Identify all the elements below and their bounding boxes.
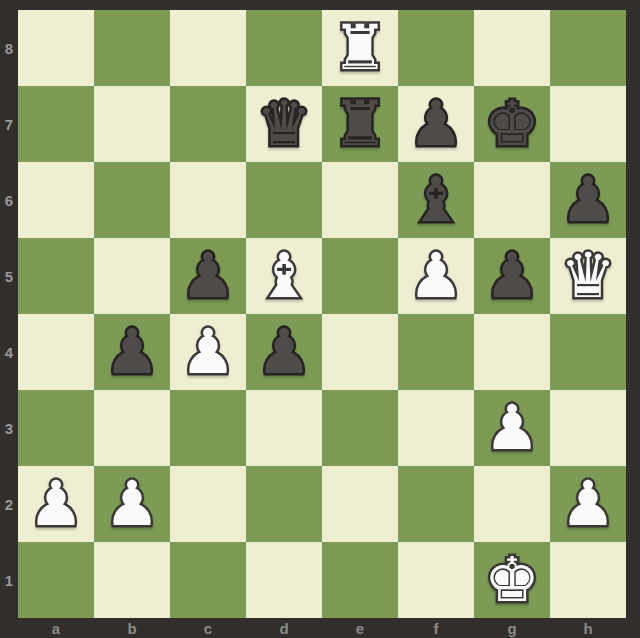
square-b8[interactable]: [94, 10, 170, 86]
square-c2[interactable]: [170, 466, 246, 542]
black-pawn-h6[interactable]: [550, 162, 626, 238]
square-g2[interactable]: [474, 466, 550, 542]
square-g3[interactable]: [474, 390, 550, 466]
white-pawn-c4[interactable]: [170, 314, 246, 390]
white-queen-h5[interactable]: [550, 238, 626, 314]
rank-label-5: 5: [0, 238, 18, 314]
board-frame: 87654321 abcdefgh: [0, 0, 640, 638]
square-a8[interactable]: [18, 10, 94, 86]
square-d1[interactable]: [246, 542, 322, 618]
file-label-d: d: [246, 618, 322, 638]
square-h4[interactable]: [550, 314, 626, 390]
square-f7[interactable]: [398, 86, 474, 162]
chess-board[interactable]: [18, 10, 626, 618]
square-g5[interactable]: [474, 238, 550, 314]
rank-label-2: 2: [0, 466, 18, 542]
black-queen-d7[interactable]: [246, 86, 322, 162]
square-e8[interactable]: [322, 10, 398, 86]
square-g8[interactable]: [474, 10, 550, 86]
square-f6[interactable]: [398, 162, 474, 238]
white-rook-e8[interactable]: [322, 10, 398, 86]
square-d2[interactable]: [246, 466, 322, 542]
file-label-g: g: [474, 618, 550, 638]
white-bishop-d5[interactable]: [246, 238, 322, 314]
square-h7[interactable]: [550, 86, 626, 162]
square-c7[interactable]: [170, 86, 246, 162]
square-a6[interactable]: [18, 162, 94, 238]
square-g4[interactable]: [474, 314, 550, 390]
white-pawn-a2[interactable]: [18, 466, 94, 542]
square-c5[interactable]: [170, 238, 246, 314]
rank-label-4: 4: [0, 314, 18, 390]
square-d7[interactable]: [246, 86, 322, 162]
white-pawn-f5[interactable]: [398, 238, 474, 314]
square-c6[interactable]: [170, 162, 246, 238]
square-g7[interactable]: [474, 86, 550, 162]
square-b2[interactable]: [94, 466, 170, 542]
black-pawn-g5[interactable]: [474, 238, 550, 314]
square-h1[interactable]: [550, 542, 626, 618]
black-pawn-b4[interactable]: [94, 314, 170, 390]
square-d5[interactable]: [246, 238, 322, 314]
square-d3[interactable]: [246, 390, 322, 466]
rank-label-6: 6: [0, 162, 18, 238]
square-a4[interactable]: [18, 314, 94, 390]
square-e3[interactable]: [322, 390, 398, 466]
square-a7[interactable]: [18, 86, 94, 162]
square-h8[interactable]: [550, 10, 626, 86]
square-b7[interactable]: [94, 86, 170, 162]
square-e6[interactable]: [322, 162, 398, 238]
square-h2[interactable]: [550, 466, 626, 542]
square-e7[interactable]: [322, 86, 398, 162]
square-b1[interactable]: [94, 542, 170, 618]
white-pawn-h2[interactable]: [550, 466, 626, 542]
black-pawn-f7[interactable]: [398, 86, 474, 162]
square-b6[interactable]: [94, 162, 170, 238]
square-a5[interactable]: [18, 238, 94, 314]
black-rook-e7[interactable]: [322, 86, 398, 162]
square-e5[interactable]: [322, 238, 398, 314]
square-c4[interactable]: [170, 314, 246, 390]
square-f5[interactable]: [398, 238, 474, 314]
rank-label-7: 7: [0, 86, 18, 162]
square-c3[interactable]: [170, 390, 246, 466]
file-label-a: a: [18, 618, 94, 638]
rank-labels: 87654321: [0, 10, 18, 618]
file-label-b: b: [94, 618, 170, 638]
rank-label-3: 3: [0, 390, 18, 466]
square-d6[interactable]: [246, 162, 322, 238]
square-h5[interactable]: [550, 238, 626, 314]
square-d4[interactable]: [246, 314, 322, 390]
square-f8[interactable]: [398, 10, 474, 86]
square-a3[interactable]: [18, 390, 94, 466]
square-b5[interactable]: [94, 238, 170, 314]
file-labels: abcdefgh: [18, 618, 626, 638]
square-a1[interactable]: [18, 542, 94, 618]
square-e2[interactable]: [322, 466, 398, 542]
square-a2[interactable]: [18, 466, 94, 542]
square-f4[interactable]: [398, 314, 474, 390]
file-label-e: e: [322, 618, 398, 638]
black-bishop-f6[interactable]: [398, 162, 474, 238]
white-pawn-b2[interactable]: [94, 466, 170, 542]
file-label-h: h: [550, 618, 626, 638]
rank-label-1: 1: [0, 542, 18, 618]
square-e1[interactable]: [322, 542, 398, 618]
square-g1[interactable]: [474, 542, 550, 618]
black-pawn-d4[interactable]: [246, 314, 322, 390]
square-f3[interactable]: [398, 390, 474, 466]
square-g6[interactable]: [474, 162, 550, 238]
white-pawn-g3[interactable]: [474, 390, 550, 466]
black-pawn-c5[interactable]: [170, 238, 246, 314]
square-f2[interactable]: [398, 466, 474, 542]
square-c1[interactable]: [170, 542, 246, 618]
square-f1[interactable]: [398, 542, 474, 618]
square-e4[interactable]: [322, 314, 398, 390]
black-king-g7[interactable]: [474, 86, 550, 162]
square-c8[interactable]: [170, 10, 246, 86]
square-h6[interactable]: [550, 162, 626, 238]
square-d8[interactable]: [246, 10, 322, 86]
white-king-g1[interactable]: [474, 542, 550, 618]
rank-label-8: 8: [0, 10, 18, 86]
square-b4[interactable]: [94, 314, 170, 390]
file-label-f: f: [398, 618, 474, 638]
file-label-c: c: [170, 618, 246, 638]
square-b3[interactable]: [94, 390, 170, 466]
square-h3[interactable]: [550, 390, 626, 466]
